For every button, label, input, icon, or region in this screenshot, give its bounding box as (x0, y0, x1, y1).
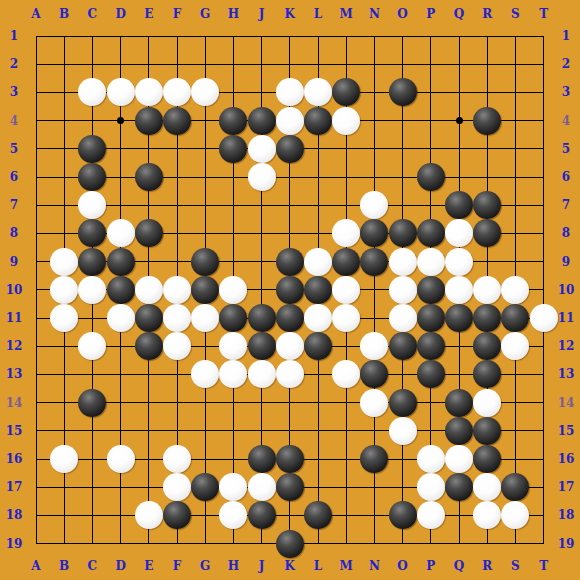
row-label-left-10: 10 (3, 283, 25, 297)
stone-black-L4[interactable] (304, 107, 332, 135)
stone-white-K12[interactable] (276, 332, 304, 360)
column-label-top-M: M (335, 7, 357, 21)
row-label-left-17: 17 (3, 480, 25, 494)
stone-white-J13[interactable] (248, 360, 276, 388)
stone-black-E8[interactable] (135, 219, 163, 247)
row-label-right-14: 14 (555, 396, 577, 410)
stone-black-O3[interactable] (389, 78, 417, 106)
stone-black-S17[interactable] (501, 473, 529, 501)
stone-white-G11[interactable] (191, 304, 219, 332)
column-label-bottom-J: J (251, 559, 273, 573)
stone-white-Q16[interactable] (445, 445, 473, 473)
column-label-top-E: E (138, 7, 160, 21)
column-label-top-B: B (53, 7, 75, 21)
stone-white-S12[interactable] (501, 332, 529, 360)
stone-black-H11[interactable] (219, 304, 247, 332)
stone-black-Q7[interactable] (445, 191, 473, 219)
stone-white-S10[interactable] (501, 276, 529, 304)
stone-white-F11[interactable] (163, 304, 191, 332)
row-label-right-8: 8 (555, 226, 577, 240)
stone-black-C5[interactable] (78, 135, 106, 163)
stone-black-R16[interactable] (473, 445, 501, 473)
stone-white-H13[interactable] (219, 360, 247, 388)
stone-black-D9[interactable] (107, 248, 135, 276)
star-point-D4 (117, 117, 124, 124)
column-label-top-K: K (279, 7, 301, 21)
stone-white-P9[interactable] (417, 248, 445, 276)
stone-black-O8[interactable] (389, 219, 417, 247)
stone-white-P17[interactable] (417, 473, 445, 501)
stone-white-Q8[interactable] (445, 219, 473, 247)
column-label-top-H: H (222, 7, 244, 21)
column-label-top-J: J (251, 7, 273, 21)
stone-white-M13[interactable] (332, 360, 360, 388)
row-label-left-13: 13 (3, 367, 25, 381)
stone-black-D10[interactable] (107, 276, 135, 304)
stone-black-Q14[interactable] (445, 389, 473, 417)
column-label-bottom-T: T (533, 559, 555, 573)
column-label-bottom-O: O (392, 559, 414, 573)
stone-white-T11[interactable] (530, 304, 558, 332)
stone-black-Q11[interactable] (445, 304, 473, 332)
stone-white-B10[interactable] (50, 276, 78, 304)
stone-black-P12[interactable] (417, 332, 445, 360)
row-label-right-10: 10 (555, 283, 577, 297)
stone-white-K4[interactable] (276, 107, 304, 135)
row-label-left-11: 11 (3, 311, 25, 325)
row-label-left-9: 9 (3, 255, 25, 269)
stone-black-L10[interactable] (304, 276, 332, 304)
stone-black-J16[interactable] (248, 445, 276, 473)
stone-white-R14[interactable] (473, 389, 501, 417)
stone-black-P10[interactable] (417, 276, 445, 304)
stone-white-N7[interactable] (360, 191, 388, 219)
stone-white-M11[interactable] (332, 304, 360, 332)
stone-white-G3[interactable] (191, 78, 219, 106)
stone-white-R17[interactable] (473, 473, 501, 501)
go-board[interactable]: AABBCCDDEEFFGGHHJJKKLLMMNNOOPPQQRRSSTT11… (0, 0, 580, 580)
stone-black-R11[interactable] (473, 304, 501, 332)
stone-black-Q17[interactable] (445, 473, 473, 501)
row-label-right-1: 1 (555, 29, 577, 43)
stone-white-N12[interactable] (360, 332, 388, 360)
row-label-left-2: 2 (3, 57, 25, 71)
stone-black-M9[interactable] (332, 248, 360, 276)
column-label-bottom-B: B (53, 559, 75, 573)
row-label-left-3: 3 (3, 85, 25, 99)
row-label-right-6: 6 (555, 170, 577, 184)
row-label-left-15: 15 (3, 424, 25, 438)
stone-black-C8[interactable] (78, 219, 106, 247)
stone-black-N16[interactable] (360, 445, 388, 473)
stone-black-E4[interactable] (135, 107, 163, 135)
row-label-right-9: 9 (555, 255, 577, 269)
stone-black-S11[interactable] (501, 304, 529, 332)
row-label-left-16: 16 (3, 452, 25, 466)
stone-white-B9[interactable] (50, 248, 78, 276)
stone-white-C7[interactable] (78, 191, 106, 219)
stone-black-L12[interactable] (304, 332, 332, 360)
row-label-right-17: 17 (555, 480, 577, 494)
column-label-top-C: C (81, 7, 103, 21)
row-label-left-7: 7 (3, 198, 25, 212)
stone-white-H12[interactable] (219, 332, 247, 360)
stone-black-C6[interactable] (78, 163, 106, 191)
stone-black-K9[interactable] (276, 248, 304, 276)
stone-black-K16[interactable] (276, 445, 304, 473)
column-label-bottom-K: K (279, 559, 301, 573)
stone-white-J5[interactable] (248, 135, 276, 163)
stone-black-O18[interactable] (389, 501, 417, 529)
stone-white-F12[interactable] (163, 332, 191, 360)
column-label-top-O: O (392, 7, 414, 21)
column-label-bottom-E: E (138, 559, 160, 573)
column-label-top-N: N (363, 7, 385, 21)
stone-white-O10[interactable] (389, 276, 417, 304)
stone-black-R7[interactable] (473, 191, 501, 219)
stone-black-R12[interactable] (473, 332, 501, 360)
column-label-bottom-G: G (194, 559, 216, 573)
stone-white-O9[interactable] (389, 248, 417, 276)
grid-line-vertical (543, 36, 544, 545)
stone-black-F18[interactable] (163, 501, 191, 529)
stone-black-N8[interactable] (360, 219, 388, 247)
stone-black-N13[interactable] (360, 360, 388, 388)
row-label-right-7: 7 (555, 198, 577, 212)
column-label-top-P: P (420, 7, 442, 21)
stone-black-G10[interactable] (191, 276, 219, 304)
row-label-left-12: 12 (3, 339, 25, 353)
stone-white-H18[interactable] (219, 501, 247, 529)
stone-white-L9[interactable] (304, 248, 332, 276)
row-label-right-16: 16 (555, 452, 577, 466)
stone-white-C10[interactable] (78, 276, 106, 304)
stone-white-F17[interactable] (163, 473, 191, 501)
row-label-right-11: 11 (555, 311, 577, 325)
stone-white-E3[interactable] (135, 78, 163, 106)
row-label-right-15: 15 (555, 424, 577, 438)
row-label-left-19: 19 (3, 537, 25, 551)
row-label-left-18: 18 (3, 508, 25, 522)
stone-white-C12[interactable] (78, 332, 106, 360)
column-label-bottom-R: R (476, 559, 498, 573)
column-label-bottom-P: P (420, 559, 442, 573)
stone-white-M4[interactable] (332, 107, 360, 135)
stone-black-R4[interactable] (473, 107, 501, 135)
grid-line-horizontal (36, 515, 545, 516)
stone-white-B11[interactable] (50, 304, 78, 332)
stone-white-M10[interactable] (332, 276, 360, 304)
stone-black-G9[interactable] (191, 248, 219, 276)
stone-black-J11[interactable] (248, 304, 276, 332)
row-label-left-8: 8 (3, 226, 25, 240)
column-label-bottom-S: S (504, 559, 526, 573)
stone-black-H5[interactable] (219, 135, 247, 163)
stone-black-O12[interactable] (389, 332, 417, 360)
stone-white-P18[interactable] (417, 501, 445, 529)
column-label-top-A: A (25, 7, 47, 21)
stone-white-C3[interactable] (78, 78, 106, 106)
row-label-left-14: 14 (3, 396, 25, 410)
stone-white-F10[interactable] (163, 276, 191, 304)
column-label-top-D: D (110, 7, 132, 21)
stone-black-P8[interactable] (417, 219, 445, 247)
stone-black-K11[interactable] (276, 304, 304, 332)
stone-white-Q10[interactable] (445, 276, 473, 304)
stone-white-E10[interactable] (135, 276, 163, 304)
stone-black-H4[interactable] (219, 107, 247, 135)
row-label-right-5: 5 (555, 142, 577, 156)
row-label-right-18: 18 (555, 508, 577, 522)
stone-black-E6[interactable] (135, 163, 163, 191)
stone-black-Q15[interactable] (445, 417, 473, 445)
stone-white-M8[interactable] (332, 219, 360, 247)
stone-black-P6[interactable] (417, 163, 445, 191)
row-label-left-5: 5 (3, 142, 25, 156)
column-label-top-T: T (533, 7, 555, 21)
stone-black-K10[interactable] (276, 276, 304, 304)
row-label-left-4: 4 (3, 114, 25, 128)
stone-white-R10[interactable] (473, 276, 501, 304)
stone-black-C9[interactable] (78, 248, 106, 276)
stone-black-L18[interactable] (304, 501, 332, 529)
column-label-bottom-A: A (25, 559, 47, 573)
stone-black-J12[interactable] (248, 332, 276, 360)
column-label-top-R: R (476, 7, 498, 21)
stone-white-D11[interactable] (107, 304, 135, 332)
column-label-bottom-L: L (307, 559, 329, 573)
column-label-top-G: G (194, 7, 216, 21)
row-label-left-1: 1 (3, 29, 25, 43)
stone-white-L11[interactable] (304, 304, 332, 332)
column-label-bottom-Q: Q (448, 559, 470, 573)
stone-black-J4[interactable] (248, 107, 276, 135)
stone-white-B16[interactable] (50, 445, 78, 473)
row-label-right-2: 2 (555, 57, 577, 71)
stone-white-S18[interactable] (501, 501, 529, 529)
stone-white-L3[interactable] (304, 78, 332, 106)
column-label-bottom-H: H (222, 559, 244, 573)
column-label-bottom-F: F (166, 559, 188, 573)
column-label-top-Q: Q (448, 7, 470, 21)
stone-white-R18[interactable] (473, 501, 501, 529)
column-label-top-F: F (166, 7, 188, 21)
stone-white-F16[interactable] (163, 445, 191, 473)
stone-black-C14[interactable] (78, 389, 106, 417)
stone-black-R8[interactable] (473, 219, 501, 247)
stone-white-O15[interactable] (389, 417, 417, 445)
stone-white-J6[interactable] (248, 163, 276, 191)
stone-white-H10[interactable] (219, 276, 247, 304)
stone-white-E18[interactable] (135, 501, 163, 529)
row-label-right-13: 13 (555, 367, 577, 381)
stone-white-K13[interactable] (276, 360, 304, 388)
stone-white-D8[interactable] (107, 219, 135, 247)
stone-black-R13[interactable] (473, 360, 501, 388)
stone-black-F4[interactable] (163, 107, 191, 135)
row-label-left-6: 6 (3, 170, 25, 184)
column-label-top-S: S (504, 7, 526, 21)
stone-black-E11[interactable] (135, 304, 163, 332)
stone-black-G17[interactable] (191, 473, 219, 501)
row-label-right-4: 4 (555, 114, 577, 128)
stone-white-F3[interactable] (163, 78, 191, 106)
row-label-right-19: 19 (555, 537, 577, 551)
row-label-right-12: 12 (555, 339, 577, 353)
stone-white-Q9[interactable] (445, 248, 473, 276)
column-label-top-L: L (307, 7, 329, 21)
stone-white-N14[interactable] (360, 389, 388, 417)
stone-white-G13[interactable] (191, 360, 219, 388)
stone-black-K19[interactable] (276, 530, 304, 558)
stone-black-K5[interactable] (276, 135, 304, 163)
stone-white-P16[interactable] (417, 445, 445, 473)
stone-black-M3[interactable] (332, 78, 360, 106)
stone-white-D16[interactable] (107, 445, 135, 473)
stone-black-N9[interactable] (360, 248, 388, 276)
stone-black-J18[interactable] (248, 501, 276, 529)
stone-white-O11[interactable] (389, 304, 417, 332)
row-label-right-3: 3 (555, 85, 577, 99)
stone-white-J17[interactable] (248, 473, 276, 501)
column-label-bottom-D: D (110, 559, 132, 573)
stone-white-K3[interactable] (276, 78, 304, 106)
stone-black-P11[interactable] (417, 304, 445, 332)
column-label-bottom-N: N (363, 559, 385, 573)
stone-black-R15[interactable] (473, 417, 501, 445)
stone-black-E12[interactable] (135, 332, 163, 360)
stone-black-O14[interactable] (389, 389, 417, 417)
stone-white-H17[interactable] (219, 473, 247, 501)
column-label-bottom-M: M (335, 559, 357, 573)
stone-black-K17[interactable] (276, 473, 304, 501)
stone-black-P13[interactable] (417, 360, 445, 388)
star-point-Q4 (456, 117, 463, 124)
stone-white-D3[interactable] (107, 78, 135, 106)
column-label-bottom-C: C (81, 559, 103, 573)
